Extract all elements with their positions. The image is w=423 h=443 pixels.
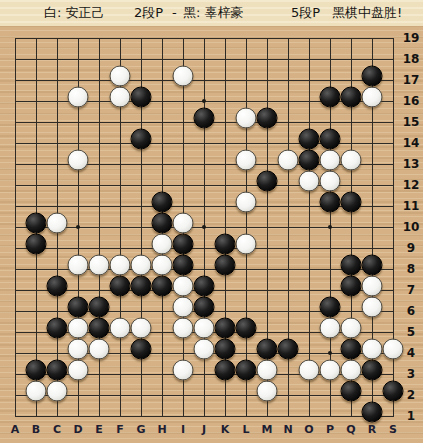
black-stone [236, 360, 257, 381]
white-stone [173, 276, 194, 297]
black-stone [194, 297, 215, 318]
black-stone [194, 108, 215, 129]
white-stone [362, 297, 383, 318]
black-stone [131, 87, 152, 108]
white-stone [194, 339, 215, 360]
white-stone [173, 66, 194, 87]
white-stone [68, 339, 89, 360]
black-stone [68, 297, 89, 318]
grid-line [393, 38, 394, 417]
grid-line [288, 38, 289, 417]
black-stone [47, 360, 68, 381]
column-label: N [280, 423, 296, 436]
row-label: 16 [401, 94, 421, 108]
white-stone [173, 213, 194, 234]
go-game-window: 白: 安正己 2段P - 黑: 辜梓豪 5段P 黑棋中盘胜! ABCDEFGHI… [0, 0, 423, 443]
white-stone [278, 150, 299, 171]
white-stone [68, 318, 89, 339]
white-stone [26, 381, 47, 402]
column-label: J [196, 423, 212, 436]
white-stone [320, 171, 341, 192]
column-label: C [49, 423, 65, 436]
column-label: G [133, 423, 149, 436]
white-stone [362, 276, 383, 297]
black-stone [173, 255, 194, 276]
game-info-bar: 白: 安正己 2段P - 黑: 辜梓豪 5段P 黑棋中盘胜! [0, 0, 423, 26]
white-stone [320, 150, 341, 171]
column-label: B [28, 423, 44, 436]
black-stone [341, 192, 362, 213]
black-stone [131, 339, 152, 360]
white-stone [236, 108, 257, 129]
game-result-label: 黑棋中盘胜! [332, 0, 402, 26]
white-stone [236, 234, 257, 255]
black-stone [320, 192, 341, 213]
row-label: 12 [401, 178, 421, 192]
white-stone [152, 255, 173, 276]
black-stone [341, 276, 362, 297]
black-stone [26, 360, 47, 381]
column-label: H [154, 423, 170, 436]
black-stone [299, 129, 320, 150]
star-point [76, 225, 80, 229]
white-stone [110, 66, 131, 87]
white-stone [362, 339, 383, 360]
black-stone [215, 255, 236, 276]
black-stone [47, 276, 68, 297]
column-label: O [301, 423, 317, 436]
black-stone [89, 297, 110, 318]
row-label: 7 [401, 283, 421, 297]
black-stone [131, 129, 152, 150]
black-stone [257, 171, 278, 192]
row-label: 14 [401, 136, 421, 150]
white-stone [131, 318, 152, 339]
black-rank-label: 5段P [291, 0, 320, 26]
black-stone [362, 255, 383, 276]
black-stone [215, 360, 236, 381]
white-stone [68, 87, 89, 108]
column-label: Q [343, 423, 359, 436]
row-label: 6 [401, 304, 421, 318]
white-stone [47, 213, 68, 234]
black-stone [47, 318, 68, 339]
white-stone [320, 318, 341, 339]
black-stone [152, 276, 173, 297]
white-stone [236, 150, 257, 171]
white-stone [194, 318, 215, 339]
white-stone [299, 360, 320, 381]
row-label: 2 [401, 388, 421, 402]
white-rank-label: 2段P [134, 0, 163, 26]
white-stone [110, 318, 131, 339]
black-stone [362, 66, 383, 87]
white-stone [173, 318, 194, 339]
white-stone [320, 360, 341, 381]
row-label: 9 [401, 241, 421, 255]
star-point [202, 99, 206, 103]
black-stone [26, 234, 47, 255]
white-stone [173, 297, 194, 318]
white-stone [152, 234, 173, 255]
black-stone [173, 234, 194, 255]
column-label: F [112, 423, 128, 436]
black-stone [362, 360, 383, 381]
grid-line [15, 416, 394, 417]
black-stone [299, 150, 320, 171]
column-label: I [175, 423, 191, 436]
black-stone [278, 339, 299, 360]
black-stone [152, 192, 173, 213]
column-label: P [322, 423, 338, 436]
black-stone [236, 318, 257, 339]
row-label: 5 [401, 325, 421, 339]
black-stone [320, 129, 341, 150]
black-stone [215, 339, 236, 360]
black-stone [152, 213, 173, 234]
row-label: 18 [401, 52, 421, 66]
black-stone [26, 213, 47, 234]
column-label: A [7, 423, 23, 436]
white-player-label: 白: 安正己 [44, 0, 105, 26]
white-stone [257, 381, 278, 402]
row-label: 3 [401, 367, 421, 381]
black-stone [341, 381, 362, 402]
black-stone [194, 276, 215, 297]
white-stone [47, 381, 68, 402]
star-point [328, 351, 332, 355]
row-label: 11 [401, 199, 421, 213]
star-point [328, 225, 332, 229]
row-label: 15 [401, 115, 421, 129]
black-stone [89, 318, 110, 339]
row-label: 1 [401, 409, 421, 423]
white-stone [362, 87, 383, 108]
column-label: D [70, 423, 86, 436]
white-stone [110, 87, 131, 108]
column-label: R [364, 423, 380, 436]
grid-line [15, 248, 394, 249]
column-label: E [91, 423, 107, 436]
grid-line [15, 395, 394, 396]
white-stone [89, 339, 110, 360]
column-label: S [385, 423, 401, 436]
white-stone [236, 192, 257, 213]
black-stone [362, 402, 383, 423]
row-label: 13 [401, 157, 421, 171]
white-stone [257, 360, 278, 381]
column-label: M [259, 423, 275, 436]
row-label: 8 [401, 262, 421, 276]
black-stone [131, 276, 152, 297]
white-stone [89, 255, 110, 276]
star-point [202, 225, 206, 229]
black-stone [215, 234, 236, 255]
white-stone [68, 150, 89, 171]
white-stone [110, 255, 131, 276]
white-stone [68, 255, 89, 276]
white-stone [341, 360, 362, 381]
row-label: 4 [401, 346, 421, 360]
column-label: L [238, 423, 254, 436]
white-stone [131, 255, 152, 276]
black-stone [341, 87, 362, 108]
black-stone [320, 87, 341, 108]
white-stone [299, 171, 320, 192]
column-label: K [217, 423, 233, 436]
white-stone [173, 360, 194, 381]
row-label: 17 [401, 73, 421, 87]
black-stone [257, 108, 278, 129]
black-stone [320, 297, 341, 318]
black-stone [257, 339, 278, 360]
row-label: 19 [401, 31, 421, 45]
black-stone [110, 276, 131, 297]
white-stone [68, 360, 89, 381]
white-stone [341, 318, 362, 339]
black-stone [215, 318, 236, 339]
white-stone [341, 150, 362, 171]
black-stone [341, 255, 362, 276]
row-label: 10 [401, 220, 421, 234]
black-player-label: 黑: 辜梓豪 [183, 0, 244, 26]
players-separator: - [172, 0, 177, 26]
black-stone [341, 339, 362, 360]
